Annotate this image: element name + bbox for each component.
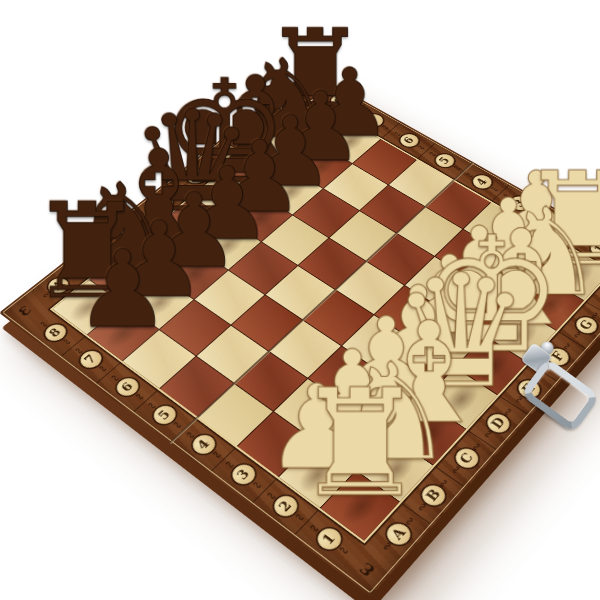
rank-label-3: 3	[228, 461, 260, 488]
square-f6[interactable]	[293, 189, 358, 237]
square-h8[interactable]: ♜	[285, 100, 346, 142]
square-g7[interactable]: ♟	[289, 143, 352, 188]
square-h6[interactable]	[353, 140, 416, 185]
piece-shadow	[204, 179, 247, 212]
square-e6[interactable]	[262, 215, 328, 265]
chess-set-photo: ∾A∾∾B∾∾C∾∾D∾∾E∾∾F∾∾G∾∾H∾ ∾A∾∾B∾∾C∾∾D∾∾E∾…	[0, 0, 600, 600]
pawn-glyph: ♟	[75, 236, 171, 343]
square-g8[interactable]: ♞	[255, 123, 317, 167]
perspective-container: ∾A∾∾B∾∾C∾∾D∾∾E∾∾F∾∾G∾∾H∾ ∾A∾∾B∾∾C∾∾D∾∾E∾…	[0, 0, 600, 600]
square-g6[interactable]	[324, 164, 388, 210]
scroll-ornament: ∾	[211, 155, 224, 164]
pawn-glyph: ♟	[247, 103, 334, 200]
scroll-ornament: ∾	[345, 103, 357, 112]
chess-board: ∾A∾∾B∾∾C∾∾D∾∾E∾∾F∾∾G∾∾H∾ ∾A∾∾B∾∾C∾∾D∾∾E∾…	[0, 70, 600, 597]
scroll-ornament: ∾	[356, 110, 369, 119]
scroll-ornament: ∾	[391, 129, 404, 138]
rook-glyph: ♜	[294, 369, 427, 517]
rank-label-4: 4	[188, 432, 219, 458]
rank-label-1: 1	[312, 525, 345, 554]
square-f8[interactable]: ♝	[224, 147, 287, 192]
piece-shadow	[270, 175, 313, 207]
scroll-ornament: ∾	[379, 123, 392, 132]
scroll-ornament: ∾	[451, 163, 464, 172]
frame-cell: ∾E∾	[169, 158, 222, 197]
scroll-ornament: ∾	[271, 107, 284, 116]
piece-shadow	[205, 228, 250, 263]
frame-cell: ∾F∾	[201, 133, 253, 170]
scroll-ornament: ∾	[199, 164, 212, 173]
scroll-ornament: ∾	[241, 131, 254, 140]
rank-label-7: 7	[76, 348, 106, 372]
square-d6[interactable]	[229, 243, 297, 295]
square-h7[interactable]: ♟	[319, 120, 381, 163]
square-e5[interactable]	[298, 238, 365, 289]
piece-shadow	[235, 154, 277, 185]
piece-shadow	[266, 130, 307, 160]
square-f5[interactable]	[330, 211, 396, 260]
file-label-c: C	[451, 445, 482, 472]
square-g5[interactable]	[360, 185, 425, 233]
rank-label-8: 8	[41, 322, 70, 345]
scroll-ornament: ∾	[230, 140, 243, 149]
scroll-ornament: ∾	[179, 180, 192, 190]
scroll-ornament: ∾	[588, 310, 600, 321]
scroll-ornament: ∾	[426, 149, 439, 158]
square-e7[interactable]: ♟	[227, 193, 293, 241]
piece-shadow	[238, 201, 282, 235]
piece-shadow	[296, 107, 337, 136]
scroll-ornament: ∾	[414, 143, 427, 152]
square-h5[interactable]	[389, 160, 453, 206]
frame-cell: ∾5∾	[418, 143, 472, 179]
rank-label-5: 5	[149, 403, 180, 428]
file-label-a: A	[382, 519, 414, 548]
piece-shadow	[300, 150, 342, 181]
board-frame: ∾A∾∾B∾∾C∾∾D∾∾E∾∾F∾∾G∾∾H∾ ∾A∾∾B∾∾C∾∾D∾∾E∾…	[0, 70, 600, 597]
scroll-ornament: ∾	[289, 93, 302, 101]
scroll-ornament: ∾	[322, 91, 334, 100]
rank-label-6: 6	[112, 375, 142, 400]
scroll-ornament: ∾	[463, 170, 476, 180]
square-f7[interactable]: ♟	[258, 168, 322, 215]
board-grid: ♜♞♝♛♚♝♞♜♟♟♟♟♟♟♟♟♟♟♟♟♟♟♟♟♜♞♝♛♚♝♞♜	[53, 100, 600, 540]
pawn-glyph: ♟	[278, 79, 364, 175]
pawn-glyph: ♟	[215, 128, 304, 227]
scroll-ornament: ∾	[260, 116, 273, 125]
piece-shadow	[330, 127, 371, 157]
